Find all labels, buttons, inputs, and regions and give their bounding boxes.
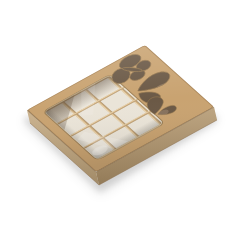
product-photo-stage	[0, 0, 230, 230]
box-photo-svg	[0, 0, 230, 230]
